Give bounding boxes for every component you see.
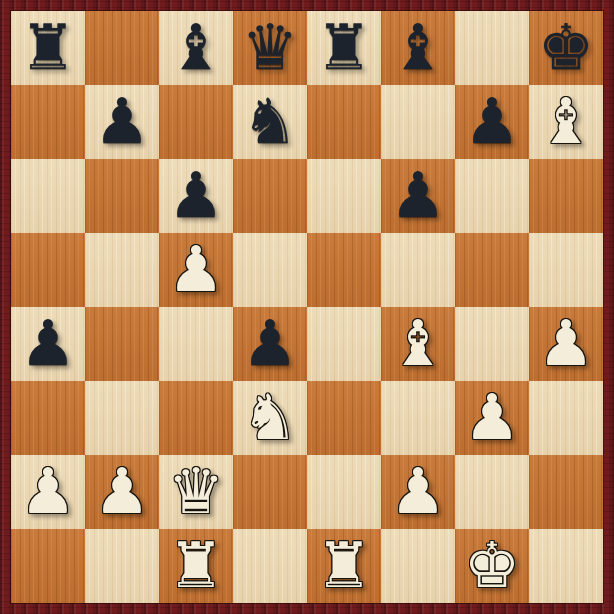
black-bishop-c8[interactable]: ♝ <box>168 11 224 85</box>
square-g3[interactable]: ♟ <box>455 381 529 455</box>
black-queen-d8[interactable]: ♛ <box>242 11 298 85</box>
black-pawn-d4[interactable]: ♟ <box>242 307 298 381</box>
black-rook-a8[interactable]: ♜ <box>20 11 76 85</box>
square-a2[interactable]: ♟ <box>11 455 85 529</box>
square-e1[interactable]: ♜ <box>307 529 381 603</box>
square-h2[interactable] <box>529 455 603 529</box>
black-rook-e8[interactable]: ♜ <box>316 11 372 85</box>
square-f7[interactable] <box>381 85 455 159</box>
square-a3[interactable] <box>11 381 85 455</box>
square-d1[interactable] <box>233 529 307 603</box>
square-h5[interactable] <box>529 233 603 307</box>
square-d2[interactable] <box>233 455 307 529</box>
square-c4[interactable] <box>159 307 233 381</box>
square-b7[interactable]: ♟ <box>85 85 159 159</box>
square-e6[interactable] <box>307 159 381 233</box>
square-g1[interactable]: ♚ <box>455 529 529 603</box>
white-bishop-h7[interactable]: ♝ <box>538 85 594 159</box>
square-d5[interactable] <box>233 233 307 307</box>
square-d7[interactable]: ♞ <box>233 85 307 159</box>
white-rook-c1[interactable]: ♜ <box>168 529 224 603</box>
square-c8[interactable]: ♝ <box>159 11 233 85</box>
square-a1[interactable] <box>11 529 85 603</box>
white-pawn-c5[interactable]: ♟ <box>168 233 224 307</box>
square-b6[interactable] <box>85 159 159 233</box>
square-g4[interactable] <box>455 307 529 381</box>
white-king-g1[interactable]: ♚ <box>464 529 520 603</box>
square-h7[interactable]: ♝ <box>529 85 603 159</box>
square-f4[interactable]: ♝ <box>381 307 455 381</box>
square-d6[interactable] <box>233 159 307 233</box>
black-pawn-a4[interactable]: ♟ <box>20 307 76 381</box>
square-h1[interactable] <box>529 529 603 603</box>
white-queen-c2[interactable]: ♛ <box>168 455 224 529</box>
square-c3[interactable] <box>159 381 233 455</box>
square-f3[interactable] <box>381 381 455 455</box>
square-a7[interactable] <box>11 85 85 159</box>
square-h6[interactable] <box>529 159 603 233</box>
black-pawn-c6[interactable]: ♟ <box>168 159 224 233</box>
black-king-h8[interactable]: ♚ <box>538 11 594 85</box>
square-c6[interactable]: ♟ <box>159 159 233 233</box>
square-f1[interactable] <box>381 529 455 603</box>
black-bishop-f8[interactable]: ♝ <box>390 11 446 85</box>
white-pawn-a2[interactable]: ♟ <box>20 455 76 529</box>
square-g8[interactable] <box>455 11 529 85</box>
square-f8[interactable]: ♝ <box>381 11 455 85</box>
square-d3[interactable]: ♞ <box>233 381 307 455</box>
white-pawn-g3[interactable]: ♟ <box>464 381 520 455</box>
square-b8[interactable] <box>85 11 159 85</box>
square-h3[interactable] <box>529 381 603 455</box>
square-c7[interactable] <box>159 85 233 159</box>
square-a5[interactable] <box>11 233 85 307</box>
square-d8[interactable]: ♛ <box>233 11 307 85</box>
square-e3[interactable] <box>307 381 381 455</box>
square-e2[interactable] <box>307 455 381 529</box>
square-b5[interactable] <box>85 233 159 307</box>
black-knight-d7[interactable]: ♞ <box>242 85 298 159</box>
square-h4[interactable]: ♟ <box>529 307 603 381</box>
square-f2[interactable]: ♟ <box>381 455 455 529</box>
square-h8[interactable]: ♚ <box>529 11 603 85</box>
square-g6[interactable] <box>455 159 529 233</box>
white-pawn-b2[interactable]: ♟ <box>94 455 150 529</box>
square-e8[interactable]: ♜ <box>307 11 381 85</box>
square-c5[interactable]: ♟ <box>159 233 233 307</box>
square-b4[interactable] <box>85 307 159 381</box>
white-bishop-f4[interactable]: ♝ <box>390 307 446 381</box>
square-g7[interactable]: ♟ <box>455 85 529 159</box>
black-pawn-g7[interactable]: ♟ <box>464 85 520 159</box>
square-f5[interactable] <box>381 233 455 307</box>
square-b3[interactable] <box>85 381 159 455</box>
square-d4[interactable]: ♟ <box>233 307 307 381</box>
square-g5[interactable] <box>455 233 529 307</box>
chess-board: ♜♝♛♜♝♚♟♞♟♝♟♟♟♟♟♝♟♞♟♟♟♛♟♜♜♚ <box>11 11 603 603</box>
black-pawn-f6[interactable]: ♟ <box>390 159 446 233</box>
white-pawn-f2[interactable]: ♟ <box>390 455 446 529</box>
square-e7[interactable] <box>307 85 381 159</box>
square-e4[interactable] <box>307 307 381 381</box>
square-c1[interactable]: ♜ <box>159 529 233 603</box>
white-knight-d3[interactable]: ♞ <box>242 381 298 455</box>
square-e5[interactable] <box>307 233 381 307</box>
board-frame: ♜♝♛♜♝♚♟♞♟♝♟♟♟♟♟♝♟♞♟♟♟♛♟♜♜♚ <box>0 0 614 614</box>
black-pawn-b7[interactable]: ♟ <box>94 85 150 159</box>
square-a4[interactable]: ♟ <box>11 307 85 381</box>
square-b1[interactable] <box>85 529 159 603</box>
square-b2[interactable]: ♟ <box>85 455 159 529</box>
square-g2[interactable] <box>455 455 529 529</box>
white-pawn-h4[interactable]: ♟ <box>538 307 594 381</box>
square-f6[interactable]: ♟ <box>381 159 455 233</box>
square-c2[interactable]: ♛ <box>159 455 233 529</box>
white-rook-e1[interactable]: ♜ <box>316 529 372 603</box>
square-a6[interactable] <box>11 159 85 233</box>
square-a8[interactable]: ♜ <box>11 11 85 85</box>
